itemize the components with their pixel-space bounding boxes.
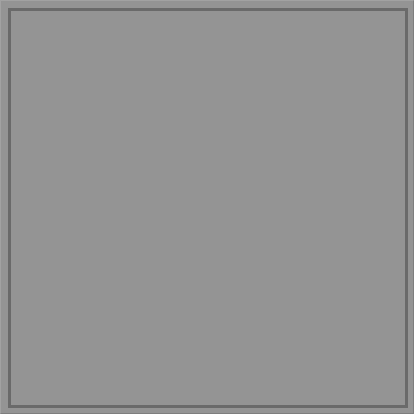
chess-board-frame [0,0,414,414]
board-grid [11,11,405,405]
